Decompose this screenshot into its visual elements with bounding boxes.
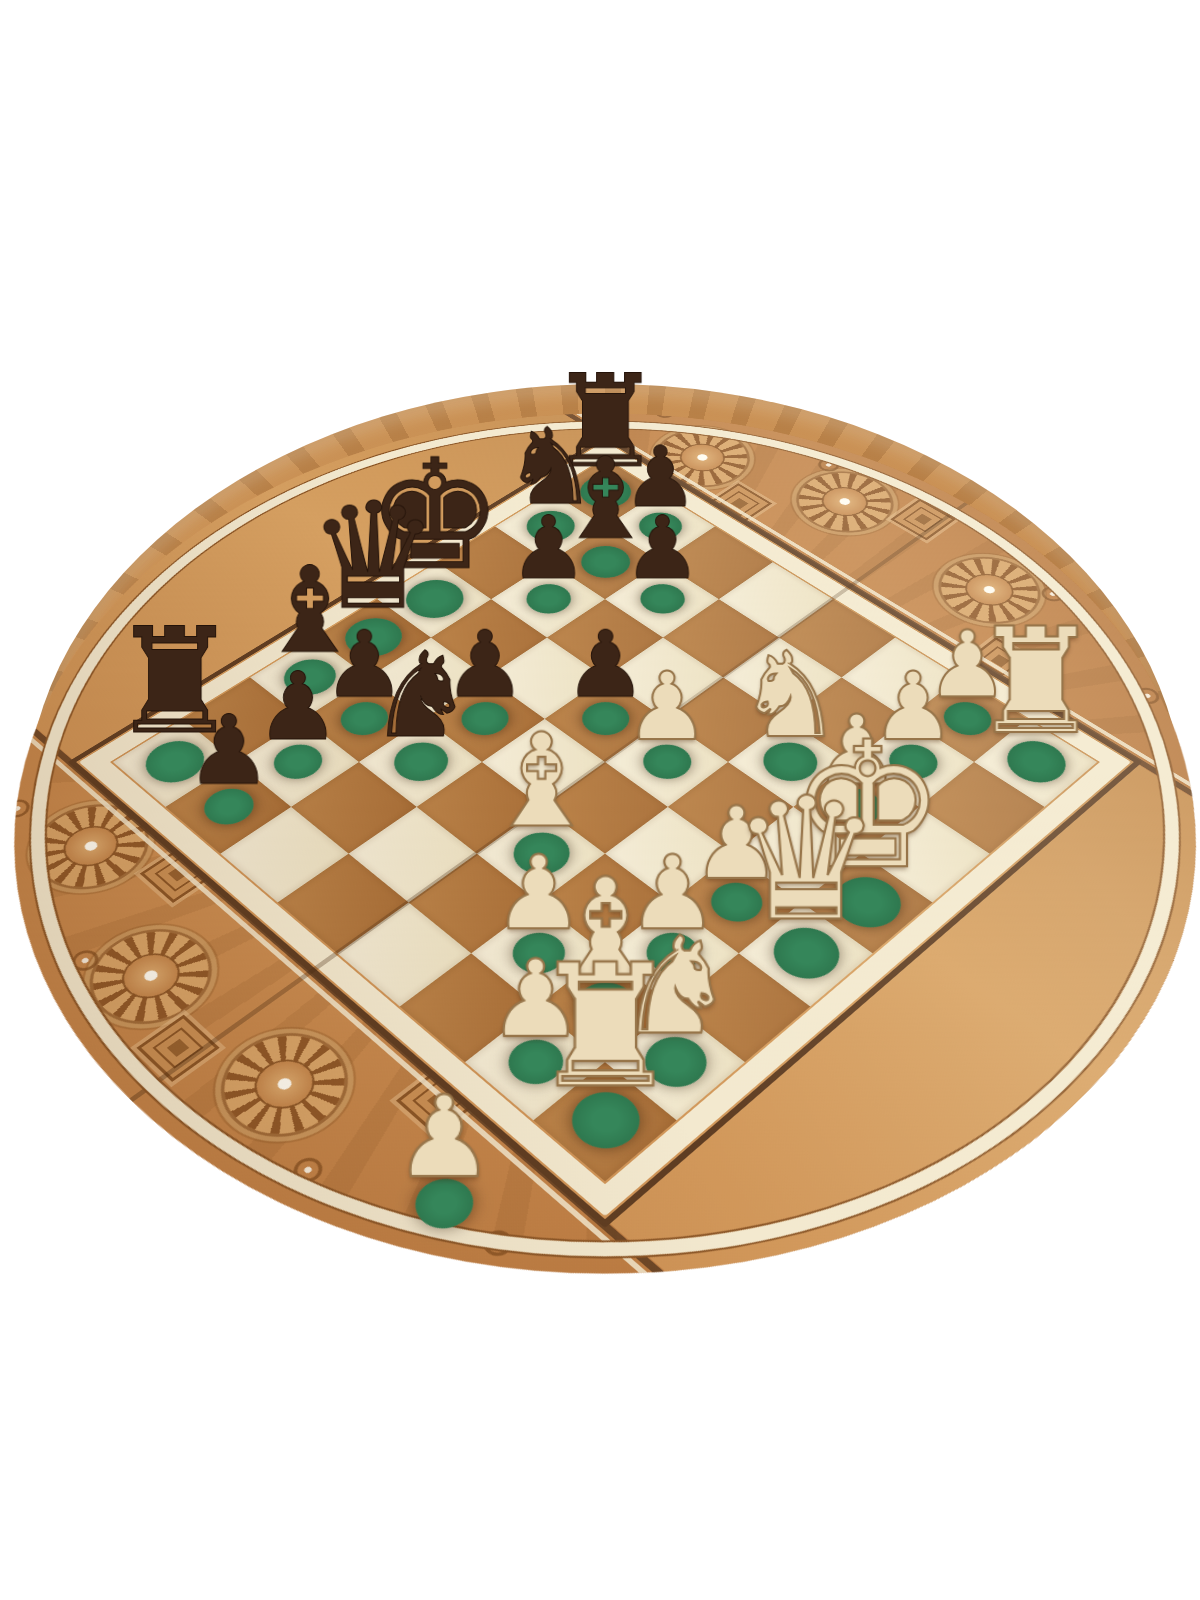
photo-canvas: ♜♟♟♝♟♛♞♚♟♟♟♟♝♟♞♜♝♟♝♜♞♟♟♟♟♟♛♞♚♟♟♟♜ — [0, 0, 1200, 1600]
perspective-wrapper: ♜♟♟♝♟♛♞♚♟♟♟♟♝♟♞♜♝♟♝♜♞♟♟♟♟♟♛♞♚♟♟♟♜ — [0, 0, 1200, 1600]
piece-black-pawn-a7[interactable]: ♟ — [147, 703, 310, 807]
piece-white-pawn-off-board[interactable]: ♟ — [348, 1081, 540, 1204]
